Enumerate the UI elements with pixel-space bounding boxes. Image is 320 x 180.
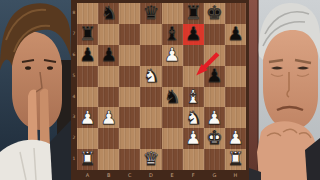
square-c7 — [119, 24, 140, 45]
square-b8: ♞ — [98, 3, 119, 24]
square-h8 — [225, 3, 246, 24]
square-b5 — [98, 66, 119, 87]
square-d4 — [140, 87, 161, 108]
file-label-h: H — [225, 170, 246, 180]
white-pawn-g3: ♟ — [206, 109, 223, 128]
square-g1 — [204, 149, 225, 170]
square-a2 — [77, 128, 98, 149]
square-c4 — [119, 87, 140, 108]
square-f5 — [183, 66, 204, 87]
square-g4 — [204, 87, 225, 108]
white-knight-d5: ♞ — [143, 67, 160, 86]
square-f8: ♜ — [183, 3, 204, 24]
black-pawn-h7: ♟ — [227, 25, 244, 44]
square-a4 — [77, 87, 98, 108]
video-thumbnail[interactable]: 87654321 ♞♛♜♚♜♝♟♟♟♟♟♞♟♞♝♟♟♞♟♟♚♟♜♛♜ ABCDE… — [0, 0, 320, 180]
white-bishop-f4: ♝ — [185, 88, 202, 107]
square-f7: ♟ — [183, 24, 204, 45]
white-pawn-f2: ♟ — [185, 129, 202, 148]
file-label-f: F — [183, 170, 204, 180]
chess-board: 87654321 ♞♛♜♚♜♝♟♟♟♟♟♞♟♞♝♟♟♞♟♟♚♟♜♛♜ ABCDE… — [71, 0, 249, 180]
square-b2 — [98, 128, 119, 149]
square-d1: ♛ — [140, 149, 161, 170]
square-g7 — [204, 24, 225, 45]
square-d6 — [140, 45, 161, 66]
square-b7 — [98, 24, 119, 45]
square-e6: ♟ — [162, 45, 183, 66]
square-c2 — [119, 128, 140, 149]
white-rook-a1: ♜ — [79, 150, 96, 169]
white-pawn-b3: ♟ — [100, 109, 117, 128]
white-knight-f3: ♞ — [185, 109, 202, 128]
square-f4: ♝ — [183, 87, 204, 108]
wall-strip — [249, 0, 258, 180]
file-label-b: B — [98, 170, 119, 180]
black-pawn-f7: ♟ — [185, 25, 202, 44]
square-h4 — [225, 87, 246, 108]
karpov-portrait — [249, 0, 320, 180]
square-f1 — [183, 149, 204, 170]
square-h5 — [225, 66, 246, 87]
black-pawn-g5: ♟ — [206, 67, 223, 86]
black-knight-b8: ♞ — [100, 4, 117, 23]
square-f6 — [183, 45, 204, 66]
square-g6 — [204, 45, 225, 66]
file-label-d: D — [140, 170, 161, 180]
carlsen-portrait — [0, 0, 71, 180]
black-rook-a7: ♜ — [79, 25, 96, 44]
square-h6 — [225, 45, 246, 66]
white-rook-h1: ♜ — [227, 150, 244, 169]
square-d2 — [140, 128, 161, 149]
white-pawn-e6: ♟ — [164, 46, 181, 65]
square-e2 — [162, 128, 183, 149]
square-b1 — [98, 149, 119, 170]
square-a3: ♟ — [77, 107, 98, 128]
square-b3: ♟ — [98, 107, 119, 128]
square-a5 — [77, 66, 98, 87]
square-c5 — [119, 66, 140, 87]
square-e8 — [162, 3, 183, 24]
square-g3: ♟ — [204, 107, 225, 128]
file-label-c: C — [119, 170, 140, 180]
square-c1 — [119, 149, 140, 170]
square-d7 — [140, 24, 161, 45]
square-e3 — [162, 107, 183, 128]
file-label-e: E — [162, 170, 183, 180]
square-a7: ♜ — [77, 24, 98, 45]
square-g2: ♚ — [204, 128, 225, 149]
white-king-g2: ♚ — [206, 129, 223, 148]
square-e1 — [162, 149, 183, 170]
black-king-g8: ♚ — [206, 4, 223, 23]
black-rook-f8: ♜ — [185, 4, 202, 23]
square-h1: ♜ — [225, 149, 246, 170]
square-g5: ♟ — [204, 66, 225, 87]
left-eye — [25, 66, 31, 70]
square-g8: ♚ — [204, 3, 225, 24]
square-h7: ♟ — [225, 24, 246, 45]
square-c3 — [119, 107, 140, 128]
square-h3 — [225, 107, 246, 128]
black-bishop-e7: ♝ — [164, 25, 181, 44]
black-pawn-a6: ♟ — [79, 46, 96, 65]
square-e4: ♞ — [162, 87, 183, 108]
square-d8: ♛ — [140, 3, 161, 24]
file-label-a: A — [77, 170, 98, 180]
square-b6: ♟ — [98, 45, 119, 66]
square-c6 — [119, 45, 140, 66]
square-f3: ♞ — [183, 107, 204, 128]
square-a1: ♜ — [77, 149, 98, 170]
white-queen-d1: ♛ — [143, 150, 160, 169]
board-squares: ♞♛♜♚♜♝♟♟♟♟♟♞♟♞♝♟♟♞♟♟♚♟♜♛♜ — [77, 3, 246, 170]
black-knight-e4: ♞ — [164, 88, 181, 107]
square-f2: ♟ — [183, 128, 204, 149]
square-e7: ♝ — [162, 24, 183, 45]
black-queen-d8: ♛ — [143, 4, 160, 23]
karpov-portrait-art — [249, 0, 320, 180]
right-eye — [47, 66, 53, 70]
square-a6: ♟ — [77, 45, 98, 66]
white-pawn-h2: ♟ — [227, 129, 244, 148]
square-d3 — [140, 107, 161, 128]
black-pawn-b6: ♟ — [100, 46, 117, 65]
square-d5: ♞ — [140, 66, 161, 87]
white-pawn-a3: ♟ — [79, 109, 96, 128]
square-a8 — [77, 3, 98, 24]
square-h2: ♟ — [225, 128, 246, 149]
square-c8 — [119, 3, 140, 24]
carlsen-portrait-art — [0, 0, 71, 180]
face — [12, 31, 62, 130]
file-labels: ABCDEFGH — [77, 170, 246, 180]
file-label-g: G — [204, 170, 225, 180]
square-b4 — [98, 87, 119, 108]
square-e5 — [162, 66, 183, 87]
